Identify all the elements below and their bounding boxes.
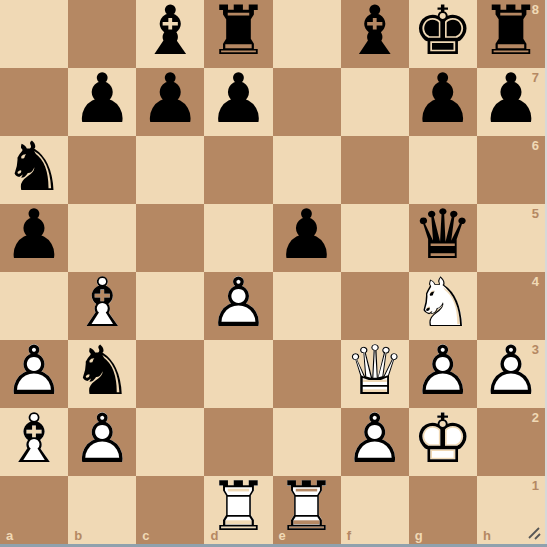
square-f5[interactable] — [341, 204, 409, 272]
white-pawn[interactable]: ♟♙ — [68, 408, 136, 476]
white-pawn[interactable]: ♟♙ — [0, 340, 68, 408]
square-e3[interactable] — [273, 340, 341, 408]
square-h2[interactable]: 2 — [477, 408, 545, 476]
square-e2[interactable] — [273, 408, 341, 476]
black-pawn[interactable]: ♟ — [273, 204, 341, 272]
black-pawn[interactable]: ♟ — [68, 68, 136, 136]
square-c5[interactable] — [136, 204, 204, 272]
board-resize-handle[interactable] — [526, 525, 542, 541]
square-c1[interactable]: c — [136, 476, 204, 544]
rank-label-6: 6 — [532, 138, 539, 153]
square-b2[interactable]: ♟♙ — [68, 408, 136, 476]
square-b7[interactable]: ♟ — [68, 68, 136, 136]
square-h8[interactable]: ♜8 — [477, 0, 545, 68]
file-label-g: g — [415, 528, 423, 543]
black-piece-glyph: ♞ — [4, 133, 65, 201]
square-f4[interactable] — [341, 272, 409, 340]
white-queen[interactable]: ♛♕ — [341, 340, 409, 408]
white-bishop[interactable]: ♝♗ — [68, 272, 136, 340]
black-pawn[interactable]: ♟ — [0, 204, 68, 272]
black-piece-glyph: ♞ — [72, 337, 133, 405]
square-b6[interactable] — [68, 136, 136, 204]
square-g3[interactable]: ♟♙ — [409, 340, 477, 408]
white-piece-outline-layer: ♙ — [208, 269, 269, 337]
black-piece-glyph: ♝ — [140, 0, 201, 65]
square-a2[interactable]: ♝♗ — [0, 408, 68, 476]
black-bishop[interactable]: ♝ — [136, 0, 204, 68]
square-b4[interactable]: ♝♗ — [68, 272, 136, 340]
file-label-a: a — [6, 528, 13, 543]
file-label-h: h — [483, 528, 491, 543]
black-piece-glyph: ♟ — [72, 65, 133, 133]
square-d2[interactable] — [204, 408, 272, 476]
square-e5[interactable]: ♟ — [273, 204, 341, 272]
square-h4[interactable]: 4 — [477, 272, 545, 340]
black-knight[interactable]: ♞ — [0, 136, 68, 204]
black-rook[interactable]: ♜ — [204, 0, 272, 68]
black-queen[interactable]: ♛ — [409, 204, 477, 272]
square-c3[interactable] — [136, 340, 204, 408]
square-a8[interactable] — [0, 0, 68, 68]
square-e7[interactable] — [273, 68, 341, 136]
square-a5[interactable]: ♟ — [0, 204, 68, 272]
square-d6[interactable] — [204, 136, 272, 204]
white-pawn[interactable]: ♟♙ — [409, 340, 477, 408]
white-piece-outline-layer: ♗ — [4, 405, 65, 473]
black-piece-glyph: ♟ — [4, 201, 65, 269]
black-pawn[interactable]: ♟ — [409, 68, 477, 136]
rank-label-3: 3 — [532, 342, 539, 357]
square-e4[interactable] — [273, 272, 341, 340]
white-piece-outline-layer: ♗ — [72, 269, 133, 337]
white-pawn[interactable]: ♟♙ — [204, 272, 272, 340]
square-a7[interactable] — [0, 68, 68, 136]
file-label-c: c — [142, 528, 149, 543]
square-h3[interactable]: ♟♙3 — [477, 340, 545, 408]
file-label-d: d — [210, 528, 218, 543]
square-d1[interactable]: ♜♖d — [204, 476, 272, 544]
white-piece-outline-layer: ♙ — [72, 405, 133, 473]
white-knight[interactable]: ♞♘ — [409, 272, 477, 340]
square-d3[interactable] — [204, 340, 272, 408]
square-f1[interactable]: f — [341, 476, 409, 544]
square-g5[interactable]: ♛ — [409, 204, 477, 272]
square-c2[interactable] — [136, 408, 204, 476]
rank-label-7: 7 — [532, 70, 539, 85]
square-f8[interactable]: ♝ — [341, 0, 409, 68]
square-g6[interactable] — [409, 136, 477, 204]
square-b1[interactable]: b — [68, 476, 136, 544]
rank-label-8: 8 — [532, 2, 539, 17]
square-d7[interactable]: ♟ — [204, 68, 272, 136]
white-piece-outline-layer: ♙ — [4, 337, 65, 405]
rank-label-1: 1 — [532, 478, 539, 493]
rank-label-4: 4 — [532, 274, 539, 289]
black-pawn[interactable]: ♟ — [204, 68, 272, 136]
chess-board-widget: ♝♜♝♚♜8♟♟♟♟♟7♞6♟♟♛5♝♗♟♙♞♘4♟♙♞♛♕♟♙♟♙3♝♗♟♙♟… — [0, 0, 547, 547]
black-piece-glyph: ♜ — [208, 0, 269, 65]
white-piece-outline-layer: ♙ — [412, 337, 473, 405]
file-label-f: f — [347, 528, 351, 543]
rank-label-2: 2 — [532, 410, 539, 425]
square-e1[interactable]: ♜♖e — [273, 476, 341, 544]
black-piece-glyph: ♛ — [412, 201, 473, 269]
square-f7[interactable] — [341, 68, 409, 136]
square-b3[interactable]: ♞ — [68, 340, 136, 408]
black-king[interactable]: ♚ — [409, 0, 477, 68]
square-h6[interactable]: 6 — [477, 136, 545, 204]
square-e8[interactable] — [273, 0, 341, 68]
square-g7[interactable]: ♟ — [409, 68, 477, 136]
black-piece-glyph: ♚ — [412, 0, 473, 65]
square-f2[interactable]: ♟♙ — [341, 408, 409, 476]
black-piece-glyph: ♟ — [276, 201, 337, 269]
black-piece-glyph: ♟ — [140, 65, 201, 133]
square-a6[interactable]: ♞ — [0, 136, 68, 204]
square-f6[interactable] — [341, 136, 409, 204]
square-a3[interactable]: ♟♙ — [0, 340, 68, 408]
black-bishop[interactable]: ♝ — [341, 0, 409, 68]
square-h5[interactable]: 5 — [477, 204, 545, 272]
file-label-e: e — [279, 528, 286, 543]
white-piece-outline-layer: ♙ — [344, 405, 405, 473]
black-piece-glyph: ♟ — [412, 65, 473, 133]
white-king[interactable]: ♚♔ — [409, 408, 477, 476]
chess-board: ♝♜♝♚♜8♟♟♟♟♟7♞6♟♟♛5♝♗♟♙♞♘4♟♙♞♛♕♟♙♟♙3♝♗♟♙♟… — [0, 0, 545, 544]
square-a1[interactable]: a — [0, 476, 68, 544]
square-d5[interactable] — [204, 204, 272, 272]
black-knight[interactable]: ♞ — [68, 340, 136, 408]
rank-label-5: 5 — [532, 206, 539, 221]
white-piece-outline-layer: ♕ — [344, 337, 405, 405]
square-g8[interactable]: ♚ — [409, 0, 477, 68]
square-c4[interactable] — [136, 272, 204, 340]
black-piece-glyph: ♝ — [344, 0, 405, 65]
white-piece-outline-layer: ♘ — [412, 269, 473, 337]
square-h7[interactable]: ♟7 — [477, 68, 545, 136]
square-e6[interactable] — [273, 136, 341, 204]
square-g4[interactable]: ♞♘ — [409, 272, 477, 340]
square-b5[interactable] — [68, 204, 136, 272]
square-d8[interactable]: ♜ — [204, 0, 272, 68]
black-pawn[interactable]: ♟ — [136, 68, 204, 136]
file-label-b: b — [74, 528, 82, 543]
square-d4[interactable]: ♟♙ — [204, 272, 272, 340]
square-g2[interactable]: ♚♔ — [409, 408, 477, 476]
square-c8[interactable]: ♝ — [136, 0, 204, 68]
square-c6[interactable] — [136, 136, 204, 204]
square-c7[interactable]: ♟ — [136, 68, 204, 136]
white-bishop[interactable]: ♝♗ — [0, 408, 68, 476]
white-piece-outline-layer: ♔ — [412, 405, 473, 473]
square-f3[interactable]: ♛♕ — [341, 340, 409, 408]
square-b8[interactable] — [68, 0, 136, 68]
square-g1[interactable]: g — [409, 476, 477, 544]
square-a4[interactable] — [0, 272, 68, 340]
black-piece-glyph: ♟ — [208, 65, 269, 133]
white-pawn[interactable]: ♟♙ — [341, 408, 409, 476]
